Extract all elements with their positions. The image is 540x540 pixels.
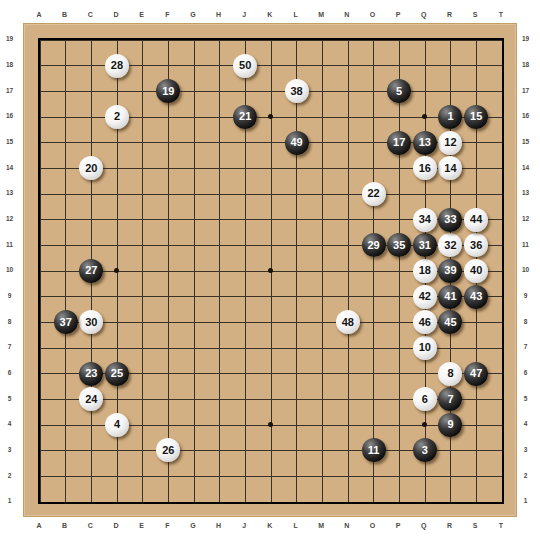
move-number: 3 (422, 445, 428, 456)
move-number: 26 (162, 445, 174, 456)
stone-15-black-S16[interactable]: 15 (464, 105, 488, 129)
move-number: 33 (444, 214, 456, 225)
move-number: 42 (419, 291, 431, 302)
coordinate-label: 4 (524, 420, 528, 427)
coordinate-label: 8 (8, 318, 12, 325)
coordinate-label: E (139, 522, 144, 529)
coordinate-label: 2 (524, 472, 528, 479)
stone-50-white-J18[interactable]: 50 (233, 54, 257, 78)
move-number: 17 (393, 137, 405, 148)
move-number: 25 (111, 368, 123, 379)
stone-17-black-P15[interactable]: 17 (387, 131, 411, 155)
move-number: 7 (447, 394, 453, 405)
stone-16-white-Q14[interactable]: 16 (413, 156, 437, 180)
stone-11-black-O3[interactable]: 11 (362, 438, 386, 462)
stone-21-black-J16[interactable]: 21 (233, 105, 257, 129)
move-number: 38 (290, 86, 302, 97)
move-number: 6 (422, 394, 428, 405)
star-point (422, 422, 427, 427)
coordinate-label: 16 (522, 112, 529, 119)
coordinate-label: 1 (524, 497, 528, 504)
move-number: 46 (419, 317, 431, 328)
stone-13-black-Q15[interactable]: 13 (413, 131, 437, 155)
move-number: 22 (367, 188, 379, 199)
coordinate-label: Q (421, 522, 426, 529)
coordinate-label: 17 (6, 87, 13, 94)
stone-43-black-S9[interactable]: 43 (464, 285, 488, 309)
move-number: 8 (447, 368, 453, 379)
move-number: 35 (393, 240, 405, 251)
coordinate-label: B (62, 522, 67, 529)
stone-4-white-D4[interactable]: 4 (105, 413, 129, 437)
move-number: 5 (396, 86, 402, 97)
star-point (268, 268, 273, 273)
coordinate-label: 7 (524, 343, 528, 350)
coordinate-label: T (499, 11, 503, 18)
move-number: 1 (447, 111, 453, 122)
coordinate-label: 12 (6, 215, 13, 222)
move-number: 47 (470, 368, 482, 379)
stone-1-black-R16[interactable]: 1 (438, 105, 462, 129)
coordinate-label: 13 (522, 189, 529, 196)
stone-2-white-D16[interactable]: 2 (105, 105, 129, 129)
stone-25-black-D6[interactable]: 25 (105, 362, 129, 386)
move-number: 39 (444, 265, 456, 276)
move-number: 20 (85, 163, 97, 174)
coordinate-label: 15 (6, 138, 13, 145)
move-number: 24 (85, 394, 97, 405)
coordinate-label: S (473, 522, 478, 529)
coordinate-label: R (447, 11, 452, 18)
coordinate-label: 17 (522, 87, 529, 94)
column-labels-bottom: ABCDEFGHJKLMNOPQRST (26, 519, 514, 531)
stone-41-black-R9[interactable]: 41 (438, 285, 462, 309)
intersection-grid[interactable]: 1234567891011121314151617181920212223242… (27, 27, 514, 514)
coordinate-label: 18 (6, 61, 13, 68)
stone-31-black-Q11[interactable]: 31 (413, 233, 437, 257)
move-number: 32 (444, 240, 456, 251)
stone-36-white-S11[interactable]: 36 (464, 233, 488, 257)
stone-14-white-R14[interactable]: 14 (438, 156, 462, 180)
stone-27-black-C10[interactable]: 27 (79, 259, 103, 283)
coordinate-label: G (190, 522, 195, 529)
move-number: 30 (85, 317, 97, 328)
move-number: 21 (239, 111, 251, 122)
coordinate-label: 8 (524, 318, 528, 325)
coordinate-label: 16 (6, 112, 13, 119)
star-point (268, 114, 273, 119)
stone-28-white-D18[interactable]: 28 (105, 54, 129, 78)
move-number: 36 (470, 240, 482, 251)
move-number: 12 (444, 137, 456, 148)
coordinate-label: 11 (522, 241, 529, 248)
stone-29-black-O11[interactable]: 29 (362, 233, 386, 257)
star-point (114, 268, 119, 273)
column-labels-top: ABCDEFGHJKLMNOPQRST (26, 8, 514, 20)
stone-8-white-R6[interactable]: 8 (438, 362, 462, 386)
coordinate-label: C (88, 522, 93, 529)
coordinate-label: H (216, 522, 221, 529)
coordinate-label: 6 (8, 369, 12, 376)
stone-18-white-Q10[interactable]: 18 (413, 259, 437, 283)
coordinate-label: 18 (522, 61, 529, 68)
move-number: 15 (470, 111, 482, 122)
stone-47-black-S6[interactable]: 47 (464, 362, 488, 386)
stone-3-black-Q3[interactable]: 3 (413, 438, 437, 462)
move-number: 10 (419, 342, 431, 353)
coordinate-label: L (293, 522, 297, 529)
coordinate-label: R (447, 522, 452, 529)
stone-23-black-C6[interactable]: 23 (79, 362, 103, 386)
coordinate-label: 2 (8, 472, 12, 479)
stone-7-black-R5[interactable]: 7 (438, 387, 462, 411)
go-diagram: ABCDEFGHJKLMNOPQRST ABCDEFGHJKLMNOPQRST … (0, 0, 540, 540)
coordinate-label: 4 (8, 420, 12, 427)
coordinate-label: 10 (522, 266, 529, 273)
star-point (422, 114, 427, 119)
move-number: 50 (239, 60, 251, 71)
stone-24-white-C5[interactable]: 24 (79, 387, 103, 411)
stone-5-black-P17[interactable]: 5 (387, 79, 411, 103)
goban[interactable]: 1234567891011121314151617181920212223242… (23, 23, 517, 517)
coordinate-label: J (242, 11, 246, 18)
move-number: 34 (419, 214, 431, 225)
move-number: 27 (85, 265, 97, 276)
move-number: 14 (444, 163, 456, 174)
coordinate-label: P (396, 11, 401, 18)
move-number: 41 (444, 291, 456, 302)
stone-12-white-R15[interactable]: 12 (438, 131, 462, 155)
coordinate-label: 1 (8, 497, 12, 504)
coordinate-label: N (344, 11, 349, 18)
move-number: 9 (447, 419, 453, 430)
coordinate-label: 19 (6, 35, 13, 42)
coordinate-label: E (139, 11, 144, 18)
coordinate-label: S (473, 11, 478, 18)
stone-49-black-L15[interactable]: 49 (285, 131, 309, 155)
stone-40-white-S10[interactable]: 40 (464, 259, 488, 283)
coordinate-label: D (113, 11, 118, 18)
move-number: 16 (419, 163, 431, 174)
move-number: 18 (419, 265, 431, 276)
stone-32-white-R11[interactable]: 32 (438, 233, 462, 257)
stone-37-black-B8[interactable]: 37 (54, 310, 78, 334)
coordinate-label: 19 (522, 35, 529, 42)
coordinate-label: 5 (524, 395, 528, 402)
coordinate-label: 13 (6, 189, 13, 196)
move-number: 45 (444, 317, 456, 328)
coordinate-label: 3 (524, 446, 528, 453)
coordinate-label: K (267, 522, 272, 529)
coordinate-label: M (318, 522, 324, 529)
stone-30-white-C8[interactable]: 30 (79, 310, 103, 334)
stone-33-black-R12[interactable]: 33 (438, 208, 462, 232)
row-labels-right: 19181716151413121110987654321 (518, 26, 533, 514)
coordinate-label: 14 (6, 164, 13, 171)
stone-19-black-F17[interactable]: 19 (156, 79, 180, 103)
move-number: 31 (419, 240, 431, 251)
coordinate-label: 15 (522, 138, 529, 145)
move-number: 2 (114, 111, 120, 122)
coordinate-label: B (62, 11, 67, 18)
move-number: 19 (162, 86, 174, 97)
move-number: 44 (470, 214, 482, 225)
stone-48-white-N8[interactable]: 48 (336, 310, 360, 334)
move-number: 40 (470, 265, 482, 276)
coordinate-label: F (165, 522, 169, 529)
coordinate-label: 9 (524, 292, 528, 299)
coordinate-label: 14 (522, 164, 529, 171)
coordinate-label: 5 (8, 395, 12, 402)
coordinate-label: 9 (8, 292, 12, 299)
coordinate-label: 10 (6, 266, 13, 273)
row-labels-left: 19181716151413121110987654321 (2, 26, 17, 514)
coordinate-label: O (370, 11, 375, 18)
coordinate-label: 6 (524, 369, 528, 376)
coordinate-label: 11 (6, 241, 13, 248)
stone-26-white-F3[interactable]: 26 (156, 438, 180, 462)
coordinate-label: T (499, 522, 503, 529)
move-number: 11 (368, 445, 380, 456)
stone-45-black-R8[interactable]: 45 (438, 310, 462, 334)
coordinate-label: L (293, 11, 297, 18)
stone-35-black-P11[interactable]: 35 (387, 233, 411, 257)
move-number: 29 (367, 240, 379, 251)
stone-34-white-Q12[interactable]: 34 (413, 208, 437, 232)
stone-39-black-R10[interactable]: 39 (438, 259, 462, 283)
stone-10-white-Q7[interactable]: 10 (413, 336, 437, 360)
coordinate-label: H (216, 11, 221, 18)
move-number: 49 (290, 137, 302, 148)
stone-6-white-Q5[interactable]: 6 (413, 387, 437, 411)
coordinate-label: K (267, 11, 272, 18)
coordinate-label: 7 (8, 343, 12, 350)
coordinate-label: Q (421, 11, 426, 18)
move-number: 13 (419, 137, 431, 148)
coordinate-label: M (318, 11, 324, 18)
coordinate-label: D (113, 522, 118, 529)
coordinate-label: F (165, 11, 169, 18)
stone-42-white-Q9[interactable]: 42 (413, 285, 437, 309)
move-number: 23 (85, 368, 97, 379)
coordinate-label: 3 (8, 446, 12, 453)
stone-9-black-R4[interactable]: 9 (438, 413, 462, 437)
stone-22-white-O13[interactable]: 22 (362, 182, 386, 206)
coordinate-label: N (344, 522, 349, 529)
coordinate-label: G (190, 11, 195, 18)
move-number: 48 (342, 317, 354, 328)
move-number: 43 (470, 291, 482, 302)
coordinate-label: 12 (522, 215, 529, 222)
stone-46-white-Q8[interactable]: 46 (413, 310, 437, 334)
star-point (268, 422, 273, 427)
stone-20-white-C14[interactable]: 20 (79, 156, 103, 180)
coordinate-label: A (36, 11, 41, 18)
move-number: 37 (60, 317, 72, 328)
coordinate-label: C (88, 11, 93, 18)
coordinate-label: O (370, 522, 375, 529)
move-number: 4 (114, 419, 120, 430)
stone-38-white-L17[interactable]: 38 (285, 79, 309, 103)
coordinate-label: P (396, 522, 401, 529)
coordinate-label: A (36, 522, 41, 529)
coordinate-label: J (242, 522, 246, 529)
stone-44-white-S12[interactable]: 44 (464, 208, 488, 232)
move-number: 28 (111, 60, 123, 71)
